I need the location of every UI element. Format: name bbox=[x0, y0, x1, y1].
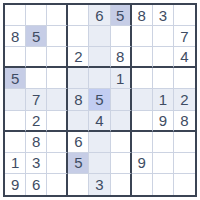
cell-r7c9[interactable] bbox=[174, 132, 195, 153]
cell-r2c8[interactable] bbox=[153, 26, 174, 47]
cell-r8c9[interactable] bbox=[174, 153, 195, 174]
cell-r4c1[interactable]: 5 bbox=[5, 68, 26, 89]
cell-r2c4[interactable] bbox=[68, 26, 89, 47]
cell-r3c1[interactable] bbox=[5, 47, 26, 68]
cell-r8c2[interactable]: 3 bbox=[26, 153, 47, 174]
cell-r4c2[interactable] bbox=[26, 68, 47, 89]
cell-r8c1[interactable]: 1 bbox=[5, 153, 26, 174]
cell-r3c8[interactable] bbox=[153, 47, 174, 68]
cell-r8c4[interactable]: 5 bbox=[68, 153, 89, 174]
cell-r9c3[interactable] bbox=[47, 174, 68, 195]
cell-r2c6[interactable] bbox=[111, 26, 132, 47]
cell-r7c2[interactable]: 8 bbox=[26, 132, 47, 153]
cell-r5c8[interactable]: 1 bbox=[153, 89, 174, 110]
cell-r9c8[interactable] bbox=[153, 174, 174, 195]
cell-r6c3[interactable] bbox=[47, 111, 68, 132]
cell-r8c7[interactable]: 9 bbox=[132, 153, 153, 174]
cell-r1c7[interactable]: 8 bbox=[132, 5, 153, 26]
cell-r1c4[interactable] bbox=[68, 5, 89, 26]
cell-r7c6[interactable] bbox=[111, 132, 132, 153]
cell-r2c2[interactable]: 5 bbox=[26, 26, 47, 47]
cell-r2c3[interactable] bbox=[47, 26, 68, 47]
cell-r7c7[interactable] bbox=[132, 132, 153, 153]
cell-r7c3[interactable] bbox=[47, 132, 68, 153]
cell-r6c5[interactable]: 4 bbox=[89, 111, 110, 132]
cell-r4c8[interactable] bbox=[153, 68, 174, 89]
cell-r2c1[interactable]: 8 bbox=[5, 26, 26, 47]
cell-r2c7[interactable] bbox=[132, 26, 153, 47]
cell-r9c2[interactable]: 6 bbox=[26, 174, 47, 195]
cell-r9c4[interactable] bbox=[68, 174, 89, 195]
cell-r1c2[interactable] bbox=[26, 5, 47, 26]
cell-r3c4[interactable]: 2 bbox=[68, 47, 89, 68]
cell-r4c6[interactable]: 1 bbox=[111, 68, 132, 89]
cell-r6c2[interactable]: 2 bbox=[26, 111, 47, 132]
cell-r5c3[interactable] bbox=[47, 89, 68, 110]
cell-r8c3[interactable] bbox=[47, 153, 68, 174]
cell-r1c6[interactable]: 5 bbox=[111, 5, 132, 26]
cell-r8c8[interactable] bbox=[153, 153, 174, 174]
cell-r3c6[interactable]: 8 bbox=[111, 47, 132, 68]
cell-r5c9[interactable]: 2 bbox=[174, 89, 195, 110]
cell-r6c6[interactable] bbox=[111, 111, 132, 132]
cell-r3c9[interactable]: 4 bbox=[174, 47, 195, 68]
cell-r1c5[interactable]: 6 bbox=[89, 5, 110, 26]
cell-r6c1[interactable] bbox=[5, 111, 26, 132]
cell-r7c8[interactable] bbox=[153, 132, 174, 153]
cell-r6c7[interactable] bbox=[132, 111, 153, 132]
sudoku-board: 658385728451785122498861359963 bbox=[3, 3, 197, 197]
cell-r5c5[interactable]: 5 bbox=[89, 89, 110, 110]
cell-r9c5[interactable]: 3 bbox=[89, 174, 110, 195]
cell-r1c9[interactable] bbox=[174, 5, 195, 26]
cell-r3c7[interactable] bbox=[132, 47, 153, 68]
cell-r7c5[interactable] bbox=[89, 132, 110, 153]
cell-r4c9[interactable] bbox=[174, 68, 195, 89]
cell-r9c9[interactable] bbox=[174, 174, 195, 195]
cell-r1c1[interactable] bbox=[5, 5, 26, 26]
cell-r8c6[interactable] bbox=[111, 153, 132, 174]
cell-r9c7[interactable] bbox=[132, 174, 153, 195]
cell-r5c7[interactable] bbox=[132, 89, 153, 110]
cell-r3c5[interactable] bbox=[89, 47, 110, 68]
cell-r9c1[interactable]: 9 bbox=[5, 174, 26, 195]
cell-r1c8[interactable]: 3 bbox=[153, 5, 174, 26]
cell-r6c4[interactable] bbox=[68, 111, 89, 132]
cell-r7c4[interactable]: 6 bbox=[68, 132, 89, 153]
cell-r8c5[interactable] bbox=[89, 153, 110, 174]
cell-r9c6[interactable] bbox=[111, 174, 132, 195]
cell-r5c6[interactable] bbox=[111, 89, 132, 110]
cell-r4c7[interactable] bbox=[132, 68, 153, 89]
cell-r3c3[interactable] bbox=[47, 47, 68, 68]
cell-r7c1[interactable] bbox=[5, 132, 26, 153]
cell-r1c3[interactable] bbox=[47, 5, 68, 26]
cell-r6c8[interactable]: 9 bbox=[153, 111, 174, 132]
cell-r4c3[interactable] bbox=[47, 68, 68, 89]
cell-r4c5[interactable] bbox=[89, 68, 110, 89]
cell-r6c9[interactable]: 8 bbox=[174, 111, 195, 132]
cell-r3c2[interactable] bbox=[26, 47, 47, 68]
cell-r5c1[interactable] bbox=[5, 89, 26, 110]
cell-r2c5[interactable] bbox=[89, 26, 110, 47]
cell-r5c2[interactable]: 7 bbox=[26, 89, 47, 110]
cell-r2c9[interactable]: 7 bbox=[174, 26, 195, 47]
cell-r4c4[interactable] bbox=[68, 68, 89, 89]
cell-r5c4[interactable]: 8 bbox=[68, 89, 89, 110]
